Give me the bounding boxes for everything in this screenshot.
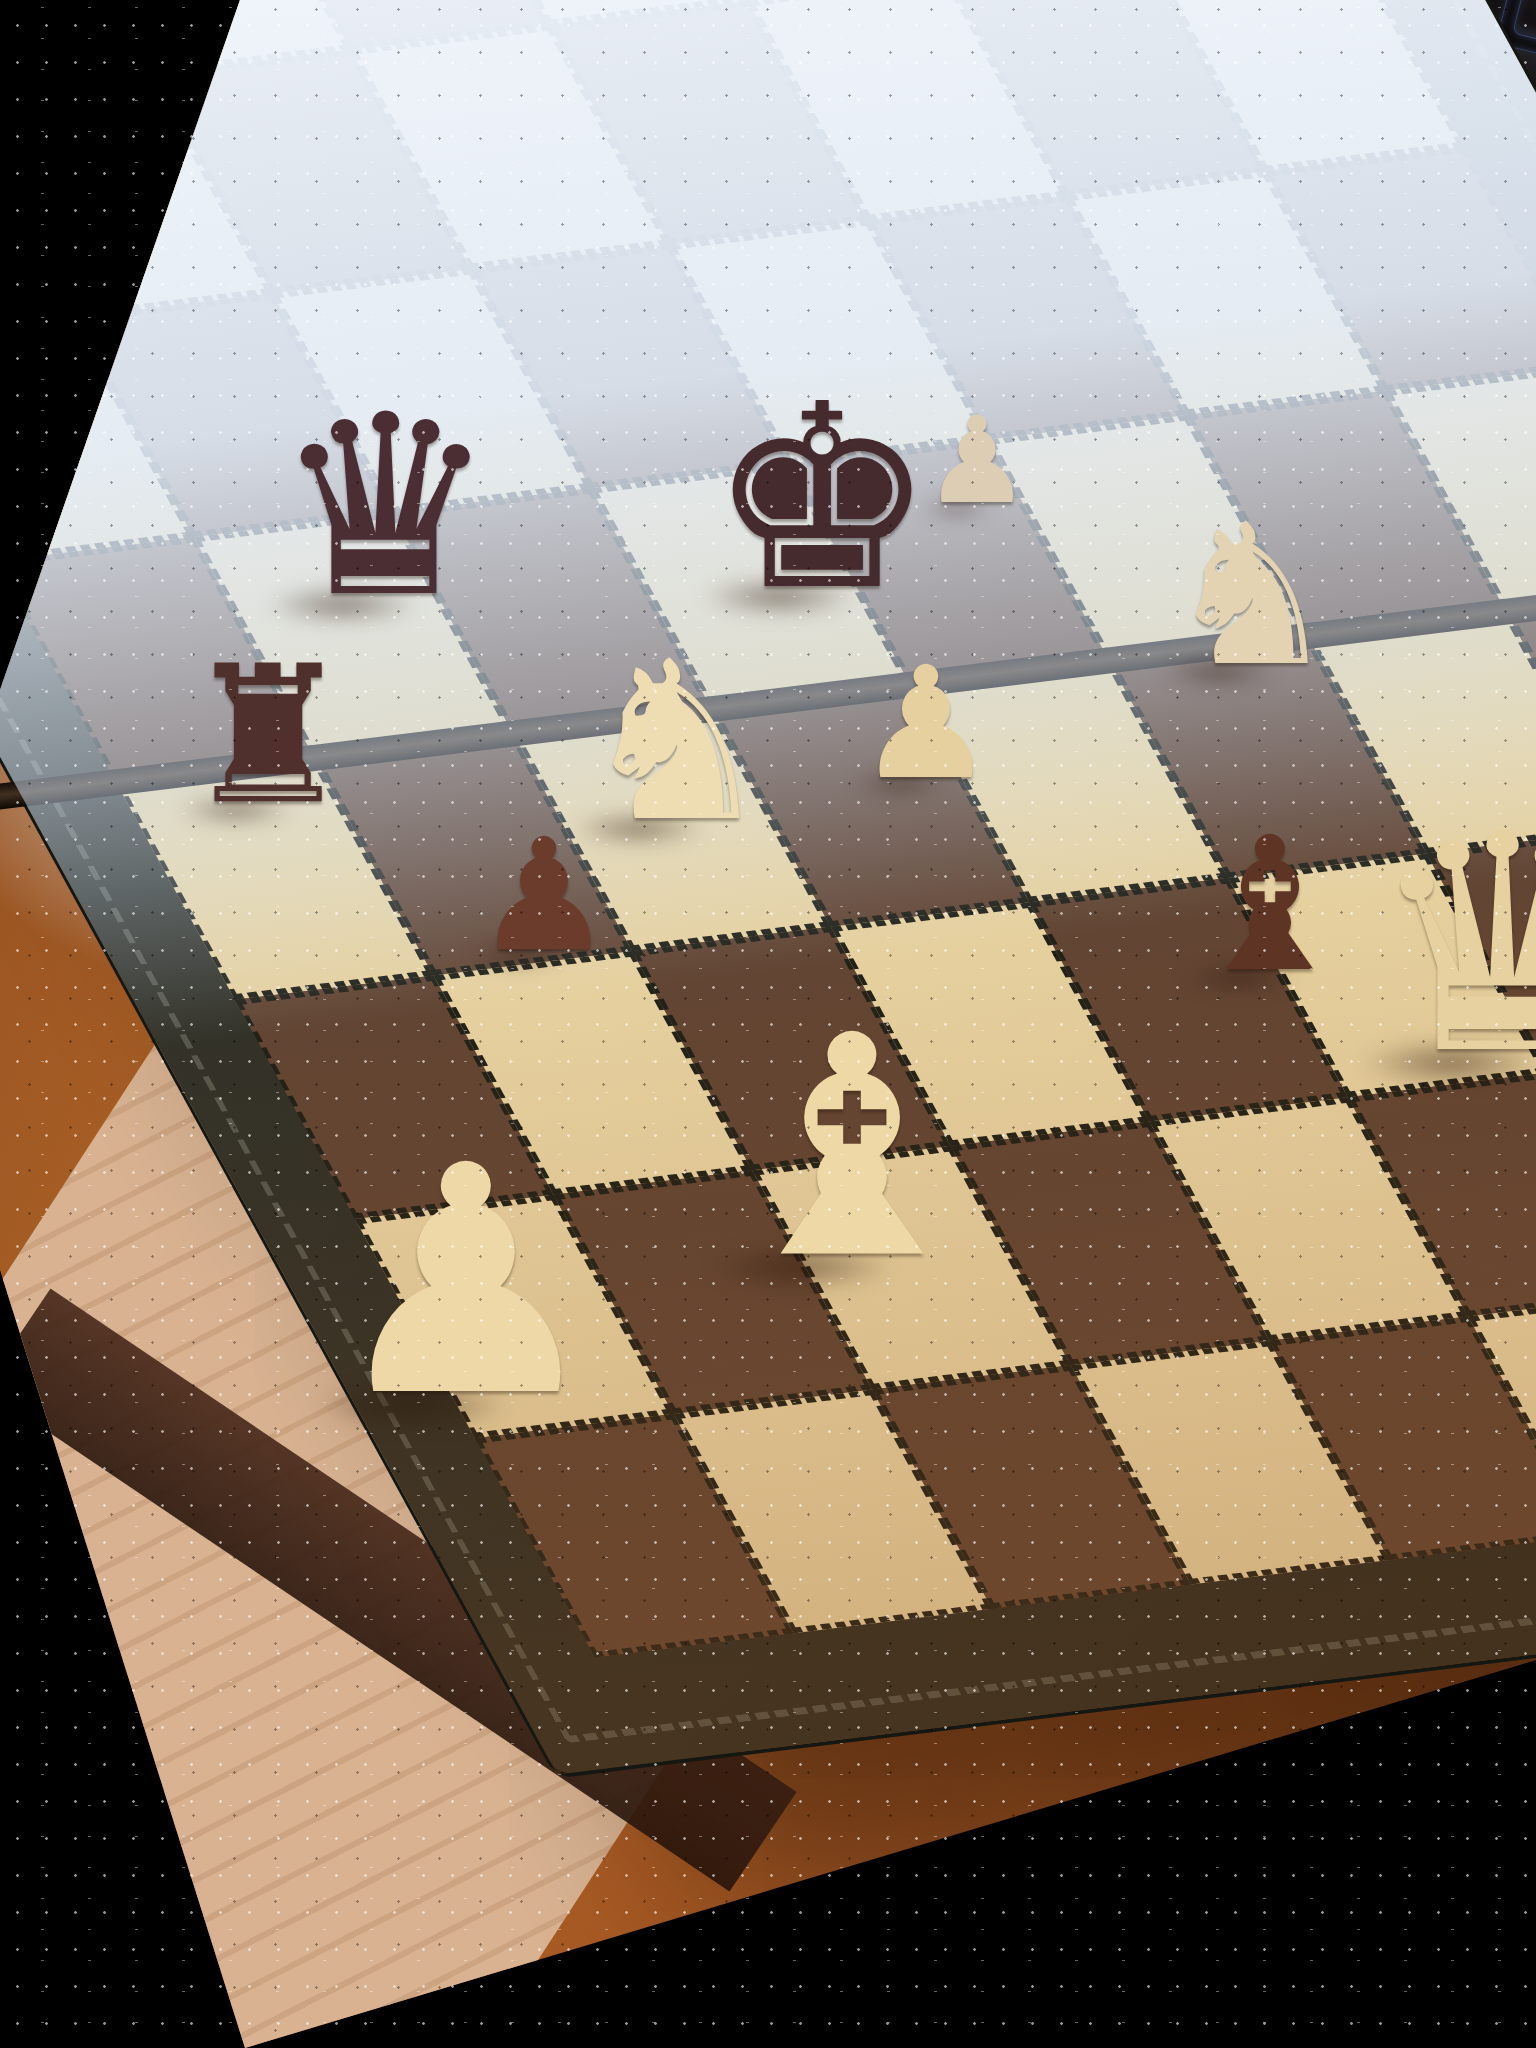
piece-black-bishop-f3: ♝ — [1187, 813, 1353, 998]
photograph: ♛♚♜♟♞♞♟♟♝♛♝♟ — [0, 0, 1536, 2048]
piece-black-rook-a5: ♜ — [183, 641, 353, 831]
piece-white-pawn-d4: ♟ — [857, 646, 996, 801]
piece-black-king-e7: ♚ — [708, 370, 937, 625]
square-a7 — [0, 98, 74, 342]
piece-white-pawn-f7: ♟ — [923, 401, 1031, 521]
keyboard-key — [1512, 0, 1536, 54]
piece-black-queen-b6: ♛ — [273, 382, 497, 632]
piece-white-bishop-c2: ♝ — [715, 996, 988, 1301]
piece-black-pawn-b4: ♟ — [475, 818, 614, 973]
square-b8 — [0, 0, 152, 98]
photo-canvas: ♛♚♜♟♞♞♟♟♝♛♝♟ — [0, 0, 1536, 2048]
piece-white-queen-g2: ♛ — [1368, 796, 1536, 1096]
piece-white-knight-g5: ♞ — [1165, 498, 1340, 693]
piece-white-pawn-a2: ♟ — [325, 1125, 607, 1440]
